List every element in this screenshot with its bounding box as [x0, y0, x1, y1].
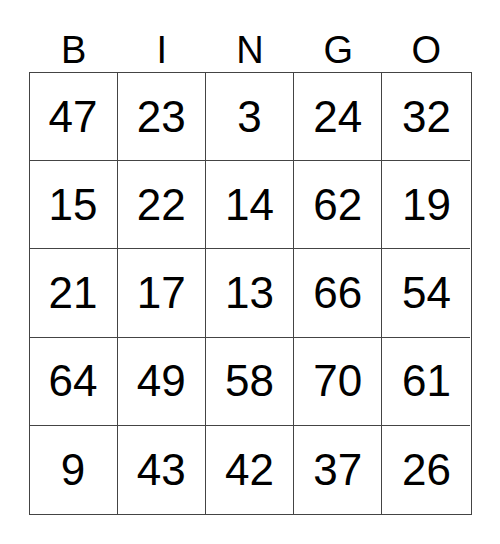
cell-r2c1[interactable]: 17 [118, 249, 206, 337]
cell-r3c3[interactable]: 70 [294, 338, 382, 426]
cell-r4c0[interactable]: 9 [30, 426, 118, 514]
cell-r0c2[interactable]: 3 [206, 73, 294, 161]
header-letter-o: O [382, 0, 470, 72]
cell-r2c3[interactable]: 66 [294, 249, 382, 337]
header-letter-b: B [30, 0, 118, 72]
cell-r0c4[interactable]: 32 [382, 73, 470, 161]
cell-r0c0[interactable]: 47 [30, 73, 118, 161]
cell-r2c0[interactable]: 21 [30, 249, 118, 337]
cell-r1c3[interactable]: 62 [294, 161, 382, 249]
cell-r1c0[interactable]: 15 [30, 161, 118, 249]
cell-r0c1[interactable]: 23 [118, 73, 206, 161]
header-letter-i: I [118, 0, 206, 72]
bingo-card: B I N G O 47 23 3 24 32 15 22 14 62 19 2… [0, 0, 500, 544]
bingo-grid: 47 23 3 24 32 15 22 14 62 19 21 17 13 66… [29, 72, 472, 515]
cell-r3c1[interactable]: 49 [118, 338, 206, 426]
header-letter-n: N [206, 0, 294, 72]
cell-r1c2[interactable]: 14 [206, 161, 294, 249]
cell-r2c4[interactable]: 54 [382, 249, 470, 337]
cell-r1c4[interactable]: 19 [382, 161, 470, 249]
header-letter-g: G [294, 0, 382, 72]
cell-r4c2[interactable]: 42 [206, 426, 294, 514]
cell-r3c4[interactable]: 61 [382, 338, 470, 426]
cell-r0c3[interactable]: 24 [294, 73, 382, 161]
cell-r3c0[interactable]: 64 [30, 338, 118, 426]
bingo-header: B I N G O [30, 0, 471, 72]
cell-r4c1[interactable]: 43 [118, 426, 206, 514]
cell-r1c1[interactable]: 22 [118, 161, 206, 249]
cell-r2c2[interactable]: 13 [206, 249, 294, 337]
cell-r4c3[interactable]: 37 [294, 426, 382, 514]
cell-r3c2[interactable]: 58 [206, 338, 294, 426]
cell-r4c4[interactable]: 26 [382, 426, 470, 514]
